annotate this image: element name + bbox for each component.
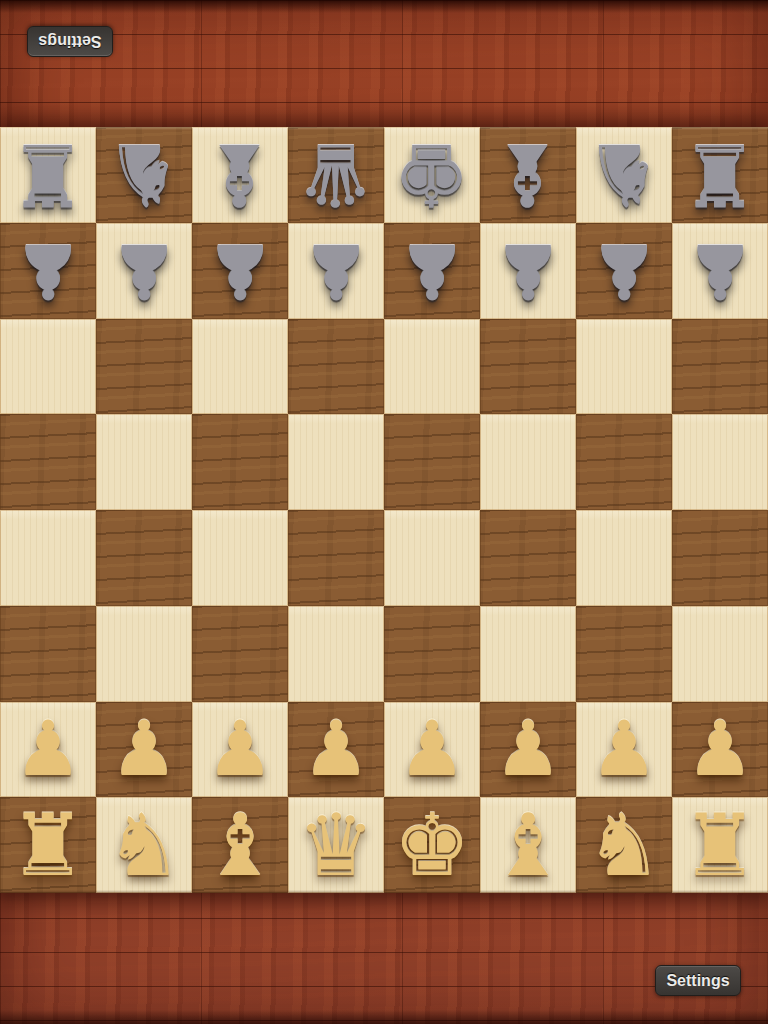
- square-b7[interactable]: ♟: [96, 223, 192, 319]
- square-e7[interactable]: ♟: [384, 223, 480, 319]
- square-d2[interactable]: ♟: [288, 702, 384, 798]
- square-c1[interactable]: ♝: [192, 797, 288, 893]
- square-b3[interactable]: [96, 606, 192, 702]
- white-rook[interactable]: ♜: [681, 802, 758, 888]
- square-h8[interactable]: ♜: [672, 127, 768, 223]
- white-pawn[interactable]: ♟: [14, 711, 82, 787]
- square-c4[interactable]: [192, 510, 288, 606]
- square-a2[interactable]: ♟: [0, 702, 96, 798]
- square-h6[interactable]: [672, 319, 768, 415]
- chess-board: ♜♞♝♛♚♝♞♜♟♟♟♟♟♟♟♟♟♟♟♟♟♟♟♟♜♞♝♛♚♝♞♜: [0, 127, 768, 893]
- square-f4[interactable]: [480, 510, 576, 606]
- square-c3[interactable]: [192, 606, 288, 702]
- white-pawn[interactable]: ♟: [110, 711, 178, 787]
- square-b8[interactable]: ♞: [96, 127, 192, 223]
- white-bishop[interactable]: ♝: [489, 802, 566, 888]
- square-e4[interactable]: [384, 510, 480, 606]
- square-c2[interactable]: ♟: [192, 702, 288, 798]
- square-e6[interactable]: [384, 319, 480, 415]
- square-a6[interactable]: [0, 319, 96, 415]
- square-g3[interactable]: [576, 606, 672, 702]
- square-f3[interactable]: [480, 606, 576, 702]
- square-f8[interactable]: ♝: [480, 127, 576, 223]
- square-e1[interactable]: ♚: [384, 797, 480, 893]
- square-d3[interactable]: [288, 606, 384, 702]
- black-pawn[interactable]: ♟: [494, 233, 562, 309]
- square-g8[interactable]: ♞: [576, 127, 672, 223]
- square-g5[interactable]: [576, 414, 672, 510]
- black-pawn[interactable]: ♟: [110, 233, 178, 309]
- black-pawn[interactable]: ♟: [14, 233, 82, 309]
- white-pawn[interactable]: ♟: [206, 711, 274, 787]
- white-pawn[interactable]: ♟: [494, 711, 562, 787]
- white-bishop[interactable]: ♝: [201, 802, 278, 888]
- square-a1[interactable]: ♜: [0, 797, 96, 893]
- square-a8[interactable]: ♜: [0, 127, 96, 223]
- black-knight[interactable]: ♞: [105, 132, 182, 218]
- square-g4[interactable]: [576, 510, 672, 606]
- black-queen[interactable]: ♛: [297, 132, 374, 218]
- black-pawn[interactable]: ♟: [686, 233, 754, 309]
- square-g1[interactable]: ♞: [576, 797, 672, 893]
- square-a4[interactable]: [0, 510, 96, 606]
- square-h2[interactable]: ♟: [672, 702, 768, 798]
- square-d5[interactable]: [288, 414, 384, 510]
- white-pawn[interactable]: ♟: [302, 711, 370, 787]
- square-f7[interactable]: ♟: [480, 223, 576, 319]
- white-knight[interactable]: ♞: [105, 802, 182, 888]
- square-h5[interactable]: [672, 414, 768, 510]
- white-pawn[interactable]: ♟: [590, 711, 658, 787]
- square-f1[interactable]: ♝: [480, 797, 576, 893]
- white-rook[interactable]: ♜: [9, 802, 86, 888]
- square-e2[interactable]: ♟: [384, 702, 480, 798]
- white-knight[interactable]: ♞: [585, 802, 662, 888]
- square-h7[interactable]: ♟: [672, 223, 768, 319]
- square-g6[interactable]: [576, 319, 672, 415]
- black-king[interactable]: ♚: [393, 132, 470, 218]
- square-a7[interactable]: ♟: [0, 223, 96, 319]
- square-f5[interactable]: [480, 414, 576, 510]
- white-king[interactable]: ♚: [393, 802, 470, 888]
- black-rook[interactable]: ♜: [681, 132, 758, 218]
- black-knight[interactable]: ♞: [585, 132, 662, 218]
- square-g7[interactable]: ♟: [576, 223, 672, 319]
- square-d7[interactable]: ♟: [288, 223, 384, 319]
- square-e5[interactable]: [384, 414, 480, 510]
- square-f2[interactable]: ♟: [480, 702, 576, 798]
- square-b2[interactable]: ♟: [96, 702, 192, 798]
- chess-app-screen: Settings ♜♞♝♛♚♝♞♜♟♟♟♟♟♟♟♟♟♟♟♟♟♟♟♟♜♞♝♛♚♝♞…: [0, 0, 768, 1024]
- square-c7[interactable]: ♟: [192, 223, 288, 319]
- square-b5[interactable]: [96, 414, 192, 510]
- square-a5[interactable]: [0, 414, 96, 510]
- square-b4[interactable]: [96, 510, 192, 606]
- square-b6[interactable]: [96, 319, 192, 415]
- square-h3[interactable]: [672, 606, 768, 702]
- square-d6[interactable]: [288, 319, 384, 415]
- square-d8[interactable]: ♛: [288, 127, 384, 223]
- square-h4[interactable]: [672, 510, 768, 606]
- square-f6[interactable]: [480, 319, 576, 415]
- square-a3[interactable]: [0, 606, 96, 702]
- square-e8[interactable]: ♚: [384, 127, 480, 223]
- black-pawn[interactable]: ♟: [302, 233, 370, 309]
- square-d1[interactable]: ♛: [288, 797, 384, 893]
- square-g2[interactable]: ♟: [576, 702, 672, 798]
- black-rook[interactable]: ♜: [9, 132, 86, 218]
- white-pawn[interactable]: ♟: [686, 711, 754, 787]
- square-c6[interactable]: [192, 319, 288, 415]
- black-pawn[interactable]: ♟: [206, 233, 274, 309]
- square-h1[interactable]: ♜: [672, 797, 768, 893]
- square-c5[interactable]: [192, 414, 288, 510]
- settings-button-top[interactable]: Settings: [27, 26, 113, 57]
- square-d4[interactable]: [288, 510, 384, 606]
- black-bishop[interactable]: ♝: [201, 132, 278, 218]
- settings-button-bottom[interactable]: Settings: [655, 965, 741, 996]
- square-e3[interactable]: [384, 606, 480, 702]
- black-bishop[interactable]: ♝: [489, 132, 566, 218]
- black-pawn[interactable]: ♟: [590, 233, 658, 309]
- black-pawn[interactable]: ♟: [398, 233, 466, 309]
- white-queen[interactable]: ♛: [297, 802, 374, 888]
- square-c8[interactable]: ♝: [192, 127, 288, 223]
- square-b1[interactable]: ♞: [96, 797, 192, 893]
- white-pawn[interactable]: ♟: [398, 711, 466, 787]
